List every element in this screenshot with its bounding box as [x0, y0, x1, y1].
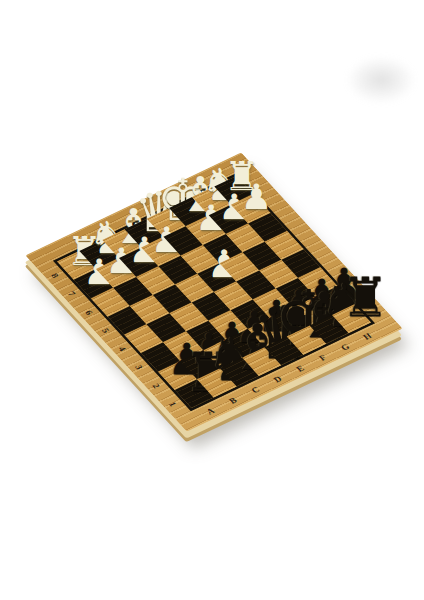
rank-label-8: 8: [49, 272, 61, 279]
chess-board: ♜♞♝♛♚♝♞♜♟♟♟♟♟♟♟♟♟♟♟♟♟♟♟♟♜♞♝♛♚♝♞♜ 1234567…: [25, 152, 403, 431]
file-label-G: G: [339, 342, 352, 352]
rank-label-2: 2: [150, 382, 162, 389]
rank-label-3: 3: [133, 363, 145, 370]
file-label-A: A: [204, 406, 216, 416]
rank-label-6: 6: [83, 309, 95, 316]
file-label-H: H: [361, 331, 374, 341]
white-rook-h8: ♜: [224, 158, 252, 195]
board-playing-area: ♜♞♝♛♚♝♞♜♟♟♟♟♟♟♟♟♟♟♟♟♟♟♟♟♜♞♝♛♚♝♞♜: [53, 173, 375, 411]
rank-label-1: 1: [167, 400, 179, 407]
file-label-C: C: [249, 385, 261, 395]
chess-set-product-photo: ♜♞♝♛♚♝♞♜♟♟♟♟♟♟♟♟♟♟♟♟♟♟♟♟♜♞♝♛♚♝♞♜ 1234567…: [0, 0, 424, 600]
rank-label-4: 4: [117, 345, 129, 352]
rank-label-7: 7: [66, 290, 78, 297]
background-smudge: [346, 56, 416, 104]
board-grid: ♜♞♝♛♚♝♞♜♟♟♟♟♟♟♟♟♟♟♟♟♟♟♟♟♜♞♝♛♚♝♞♜: [57, 176, 371, 408]
file-label-B: B: [227, 396, 239, 406]
file-label-E: E: [294, 364, 306, 374]
file-label-D: D: [272, 374, 284, 384]
file-label-F: F: [317, 353, 328, 362]
rank-label-5: 5: [100, 327, 112, 334]
